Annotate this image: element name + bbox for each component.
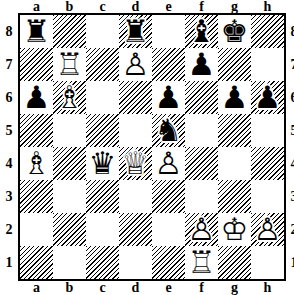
square-d7: ♟♙	[119, 48, 152, 81]
square-a5	[20, 114, 53, 147]
square-a4: ♝♗	[20, 147, 53, 180]
square-d3	[119, 180, 152, 213]
piece-white-pawn: ♟♙	[152, 147, 185, 180]
square-b5	[53, 114, 86, 147]
chess-diagram: abcdefgh 87654321 ♜♜♝♚♜♖♟♙♟♟♝♗♟♟♟♞♝♗♛♛♕♟…	[0, 0, 294, 295]
square-d4: ♛♕	[119, 147, 152, 180]
piece-white-queen: ♛♕	[119, 147, 152, 180]
square-g6: ♟	[218, 81, 251, 114]
square-c6	[86, 81, 119, 114]
square-b4	[53, 147, 86, 180]
square-f5	[185, 114, 218, 147]
file-label-d: d	[119, 281, 152, 295]
file-label-e: e	[152, 281, 185, 295]
piece-outline-layer: ♙	[152, 147, 185, 180]
square-b8	[53, 15, 86, 48]
piece-white-bishop: ♝♗	[53, 81, 86, 114]
piece-black-rook: ♜	[20, 15, 53, 48]
square-f3	[185, 180, 218, 213]
piece-black-rook: ♜	[119, 15, 152, 48]
square-c1	[86, 246, 119, 279]
piece-outline-layer: ♗	[53, 81, 86, 114]
file-label-d: d	[119, 0, 152, 14]
square-b2	[53, 213, 86, 246]
file-label-f: f	[185, 0, 218, 14]
rank-label-8: 8	[2, 15, 16, 48]
rank-label-3: 3	[2, 180, 16, 213]
rank-labels-right: 87654321	[287, 15, 294, 279]
square-c4: ♛	[86, 147, 119, 180]
square-d8: ♜	[119, 15, 152, 48]
square-c7	[86, 48, 119, 81]
piece-outline-layer: ♖	[53, 48, 86, 81]
file-label-h: h	[251, 0, 284, 14]
piece-white-rook: ♜♖	[53, 48, 86, 81]
square-g8: ♚	[218, 15, 251, 48]
piece-white-king: ♚♔	[218, 213, 251, 246]
square-e3	[152, 180, 185, 213]
square-c2	[86, 213, 119, 246]
square-e4: ♟♙	[152, 147, 185, 180]
piece-outline-layer: ♙	[185, 213, 218, 246]
piece-white-bishop: ♝♗	[20, 147, 53, 180]
square-a6: ♟	[20, 81, 53, 114]
piece-solid-layer: ♚	[218, 15, 251, 48]
piece-black-pawn: ♟	[218, 81, 251, 114]
square-f7: ♟	[185, 48, 218, 81]
square-d2	[119, 213, 152, 246]
rank-label-8: 8	[287, 15, 294, 48]
square-c3	[86, 180, 119, 213]
piece-outline-layer: ♗	[20, 147, 53, 180]
piece-black-pawn: ♟	[185, 48, 218, 81]
square-h2: ♟♙	[251, 213, 284, 246]
square-g2: ♚♔	[218, 213, 251, 246]
rank-label-4: 4	[2, 147, 16, 180]
file-label-e: e	[152, 0, 185, 14]
piece-solid-layer: ♟	[152, 81, 185, 114]
file-label-c: c	[86, 0, 119, 14]
rank-label-7: 7	[287, 48, 294, 81]
file-label-c: c	[86, 281, 119, 295]
piece-white-pawn: ♟♙	[119, 48, 152, 81]
square-c8	[86, 15, 119, 48]
square-b3	[53, 180, 86, 213]
piece-black-pawn: ♟	[152, 81, 185, 114]
square-f1: ♜♖	[185, 246, 218, 279]
piece-outline-layer: ♙	[251, 213, 284, 246]
rank-label-7: 7	[2, 48, 16, 81]
square-e7	[152, 48, 185, 81]
square-g1	[218, 246, 251, 279]
rank-label-3: 3	[287, 180, 294, 213]
square-a1	[20, 246, 53, 279]
rank-label-5: 5	[2, 114, 16, 147]
square-g7	[218, 48, 251, 81]
rank-label-6: 6	[287, 81, 294, 114]
square-h1	[251, 246, 284, 279]
square-g3	[218, 180, 251, 213]
file-labels-bottom: abcdefgh	[20, 281, 284, 295]
file-label-a: a	[20, 281, 53, 295]
square-h5	[251, 114, 284, 147]
square-e1	[152, 246, 185, 279]
piece-solid-layer: ♛	[86, 147, 119, 180]
piece-white-rook: ♜♖	[185, 246, 218, 279]
rank-label-6: 6	[2, 81, 16, 114]
piece-black-bishop: ♝	[185, 15, 218, 48]
piece-solid-layer: ♟	[251, 81, 284, 114]
piece-solid-layer: ♝	[185, 15, 218, 48]
square-h4	[251, 147, 284, 180]
square-h6: ♟	[251, 81, 284, 114]
square-h3	[251, 180, 284, 213]
rank-labels-left: 87654321	[2, 15, 16, 279]
piece-outline-layer: ♔	[218, 213, 251, 246]
piece-black-knight: ♞	[152, 114, 185, 147]
square-h7	[251, 48, 284, 81]
square-a8: ♜	[20, 15, 53, 48]
square-e2	[152, 213, 185, 246]
piece-solid-layer: ♜	[20, 15, 53, 48]
piece-black-pawn: ♟	[251, 81, 284, 114]
piece-outline-layer: ♖	[185, 246, 218, 279]
piece-solid-layer: ♞	[152, 114, 185, 147]
square-f2: ♟♙	[185, 213, 218, 246]
file-label-g: g	[218, 281, 251, 295]
file-label-h: h	[251, 281, 284, 295]
piece-white-pawn: ♟♙	[251, 213, 284, 246]
piece-outline-layer: ♙	[119, 48, 152, 81]
square-a2	[20, 213, 53, 246]
piece-outline-layer: ♕	[119, 147, 152, 180]
square-b6: ♝♗	[53, 81, 86, 114]
chess-board: ♜♜♝♚♜♖♟♙♟♟♝♗♟♟♟♞♝♗♛♛♕♟♙♟♙♚♔♟♙♜♖	[18, 13, 286, 281]
piece-white-pawn: ♟♙	[185, 213, 218, 246]
file-label-b: b	[53, 0, 86, 14]
rank-label-4: 4	[287, 147, 294, 180]
piece-black-queen: ♛	[86, 147, 119, 180]
square-d6	[119, 81, 152, 114]
rank-label-1: 1	[2, 246, 16, 279]
square-c5	[86, 114, 119, 147]
file-label-a: a	[20, 0, 53, 14]
file-labels-top: abcdefgh	[20, 0, 284, 14]
square-f4	[185, 147, 218, 180]
square-e6: ♟	[152, 81, 185, 114]
square-b7: ♜♖	[53, 48, 86, 81]
rank-label-5: 5	[287, 114, 294, 147]
piece-solid-layer: ♜	[119, 15, 152, 48]
square-g4	[218, 147, 251, 180]
square-g5	[218, 114, 251, 147]
square-a3	[20, 180, 53, 213]
piece-black-pawn: ♟	[20, 81, 53, 114]
square-d5	[119, 114, 152, 147]
square-f8: ♝	[185, 15, 218, 48]
file-label-b: b	[53, 281, 86, 295]
file-label-g: g	[218, 0, 251, 14]
square-a7	[20, 48, 53, 81]
file-label-f: f	[185, 281, 218, 295]
rank-label-1: 1	[287, 246, 294, 279]
piece-black-king: ♚	[218, 15, 251, 48]
square-h8	[251, 15, 284, 48]
square-d1	[119, 246, 152, 279]
square-e8	[152, 15, 185, 48]
square-b1	[53, 246, 86, 279]
square-f6	[185, 81, 218, 114]
rank-label-2: 2	[287, 213, 294, 246]
piece-solid-layer: ♟	[20, 81, 53, 114]
rank-label-2: 2	[2, 213, 16, 246]
square-e5: ♞	[152, 114, 185, 147]
piece-solid-layer: ♟	[218, 81, 251, 114]
piece-solid-layer: ♟	[185, 48, 218, 81]
